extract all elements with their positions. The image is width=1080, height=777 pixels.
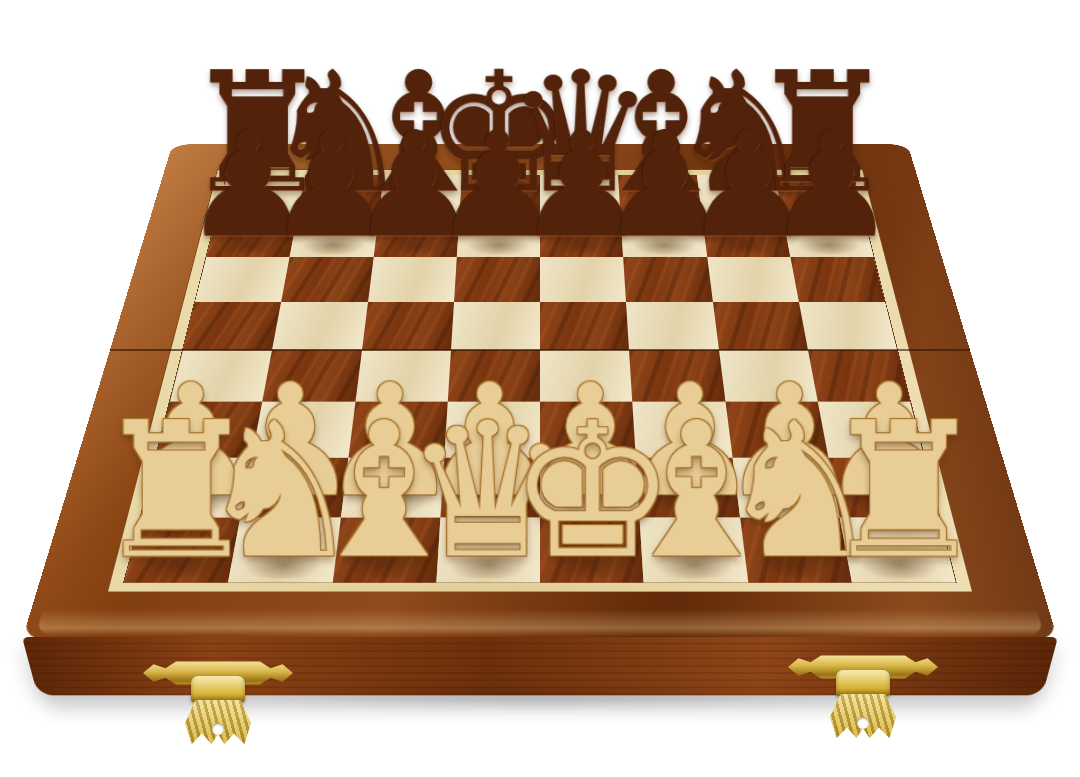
square-h6[interactable] — [790, 257, 885, 302]
square-b5[interactable] — [272, 302, 367, 350]
square-c5[interactable] — [362, 302, 454, 350]
square-e6[interactable] — [540, 257, 626, 302]
latch-clasp-icon — [836, 670, 890, 696]
square-h1[interactable]: ♜ — [839, 517, 955, 582]
square-d6[interactable] — [454, 257, 540, 302]
square-a5[interactable] — [183, 302, 281, 350]
board-grid: ♜♞♝♚♛♝♞♜♟♟♟♟♟♟♟♟♟♟♟♟♟♟♟♟♜♞♝♛♚♝♞♜ — [123, 175, 957, 584]
piece-white-rook-h1[interactable]: ♜ — [820, 398, 987, 584]
latch-fan-pendant-icon — [185, 700, 251, 744]
left-latch — [143, 658, 293, 750]
square-c6[interactable] — [368, 257, 457, 302]
square-f6[interactable] — [623, 257, 712, 302]
square-h7[interactable]: ♟ — [782, 215, 873, 257]
piece-black-pawn-h7[interactable]: ♟ — [767, 112, 898, 258]
right-latch — [788, 652, 938, 744]
chess-box-lid: ♜♞♝♚♛♝♞♜♟♟♟♟♟♟♟♟♟♟♟♟♟♟♟♟♜♞♝♛♚♝♞♜ — [22, 144, 1058, 639]
square-e5[interactable] — [540, 302, 629, 350]
square-a6[interactable] — [195, 257, 290, 302]
product-photo-scene: ♜♞♝♚♛♝♞♜♟♟♟♟♟♟♟♟♟♟♟♟♟♟♟♟♜♞♝♛♚♝♞♜ — [0, 0, 1080, 777]
square-b6[interactable] — [281, 257, 373, 302]
latch-clasp-icon — [191, 676, 245, 702]
square-g6[interactable] — [707, 257, 799, 302]
square-f5[interactable] — [626, 302, 718, 350]
latch-fan-pendant-icon — [830, 694, 896, 738]
square-g5[interactable] — [712, 302, 807, 350]
square-d5[interactable] — [451, 302, 540, 350]
square-h5[interactable] — [799, 302, 897, 350]
board-perspective-wrap: ♜♞♝♚♛♝♞♜♟♟♟♟♟♟♟♟♟♟♟♟♟♟♟♟♜♞♝♛♚♝♞♜ — [22, 144, 1058, 639]
board-inlay-border: ♜♞♝♚♛♝♞♜♟♟♟♟♟♟♟♟♟♟♟♟♟♟♟♟♜♞♝♛♚♝♞♜ — [107, 169, 974, 592]
